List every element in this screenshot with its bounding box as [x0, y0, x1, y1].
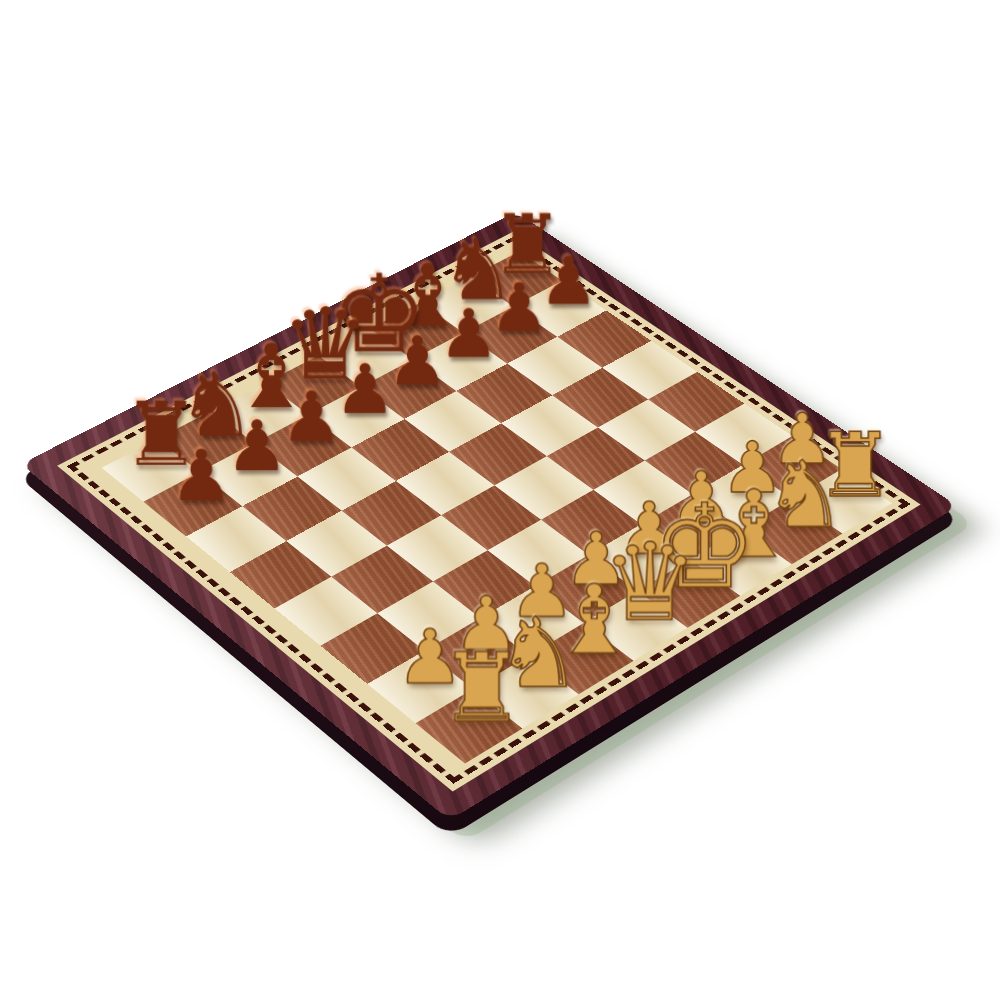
square-a8: ♜ [102, 439, 200, 502]
square-c6 [298, 447, 396, 510]
square-b7: ♟ [199, 443, 297, 506]
decorative-checkered-inlay: ♜♞♝♛♚♝♞♜♟♟♟♟♟♟♟♟♟♟♟♟♟♟♟♟♜♞♝♛♚♝♞♜ [67, 237, 911, 784]
piece-white-pawn: ♟ [717, 404, 886, 474]
playing-field: ♜♞♝♛♚♝♞♜♟♟♟♟♟♟♟♟♟♟♟♟♟♟♟♟♜♞♝♛♚♝♞♜ [102, 256, 875, 757]
chess-board: ♜♞♝♛♚♝♞♜♟♟♟♟♟♟♟♟♟♟♟♟♟♟♟♟♜♞♝♛♚♝♞♜ [21, 212, 958, 821]
piece-black-rook: ♜ [448, 204, 606, 286]
square-h8: ♜ [470, 252, 562, 307]
photo-scene: ♜♞♝♛♚♝♞♜♟♟♟♟♟♟♟♟♟♟♟♟♟♟♟♟♜♞♝♛♚♝♞♜ [0, 0, 1000, 1000]
board-frame: ♜♞♝♛♚♝♞♜♟♟♟♟♟♟♟♟♟♟♟♟♟♟♟♟♜♞♝♛♚♝♞♜ [21, 212, 958, 821]
piece-white-rook: ♜ [769, 421, 940, 510]
square-b5 [286, 511, 386, 577]
board-margin: ♜♞♝♛♚♝♞♜♟♟♟♟♟♟♟♟♟♟♟♟♟♟♟♟♜♞♝♛♚♝♞♜ [57, 231, 920, 791]
chess-set-photo: ♜♞♝♛♚♝♞♜♟♟♟♟♟♟♟♟♟♟♟♟♟♟♟♟♜♞♝♛♚♝♞♜ [0, 0, 1000, 1000]
